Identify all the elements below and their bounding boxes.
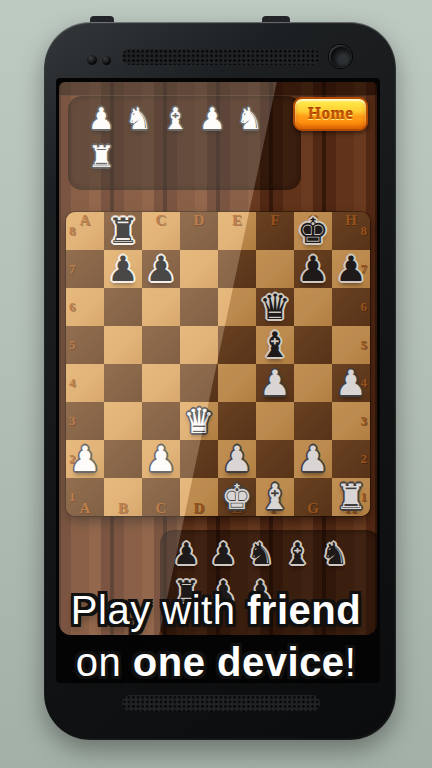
- coord-rank-label: 1: [69, 478, 83, 516]
- square-g2[interactable]: ♟: [294, 440, 332, 478]
- piece-black-bishop[interactable]: ♝: [256, 326, 294, 365]
- piece-black-pawn[interactable]: ♟: [104, 250, 142, 289]
- square-e2[interactable]: ♟: [218, 440, 256, 478]
- captured-black-knight: ♞: [242, 535, 279, 573]
- coord-file-label: C: [142, 500, 180, 516]
- coord-file-label: D: [180, 500, 218, 516]
- square-d3[interactable]: ♛: [180, 402, 218, 440]
- piece-black-pawn[interactable]: ♟: [142, 250, 180, 289]
- bottom-speaker-grille: [122, 695, 320, 711]
- square-e6[interactable]: [218, 288, 256, 326]
- square-g6[interactable]: [294, 288, 332, 326]
- captured-white-bishop: ♝: [157, 100, 194, 138]
- square-b5[interactable]: [104, 326, 142, 364]
- square-e3[interactable]: [218, 402, 256, 440]
- square-b3[interactable]: [104, 402, 142, 440]
- square-b8[interactable]: ♜: [104, 212, 142, 250]
- square-g8[interactable]: ♚: [294, 212, 332, 250]
- square-c7[interactable]: ♟: [142, 250, 180, 288]
- square-e7[interactable]: [218, 250, 256, 288]
- home-button-label: Home: [308, 104, 353, 123]
- square-b4[interactable]: [104, 364, 142, 402]
- light-sensor-icon: [102, 56, 111, 65]
- square-g7[interactable]: ♟: [294, 250, 332, 288]
- piece-black-pawn[interactable]: ♟: [332, 250, 370, 289]
- piece-white-bishop[interactable]: ♝: [256, 478, 294, 516]
- square-f4[interactable]: ♟: [256, 364, 294, 402]
- square-e5[interactable]: [218, 326, 256, 364]
- piece-white-king[interactable]: ♚: [218, 478, 256, 516]
- piece-black-pawn[interactable]: ♟: [294, 250, 332, 289]
- captured-white-pieces-tray: ♟♞♝♟♞♜: [68, 96, 301, 190]
- square-f5[interactable]: ♝: [256, 326, 294, 364]
- coord-file-label: F: [256, 212, 294, 228]
- square-f3[interactable]: [256, 402, 294, 440]
- captured-white-pawn: ♟: [83, 100, 120, 138]
- piece-black-king[interactable]: ♚: [294, 212, 332, 251]
- square-f2[interactable]: [256, 440, 294, 478]
- square-a2[interactable]: ♟: [66, 440, 104, 478]
- piece-white-pawn[interactable]: ♟: [332, 364, 370, 403]
- square-g3[interactable]: [294, 402, 332, 440]
- banner-line-1: Play with friend: [0, 584, 432, 636]
- piece-white-pawn[interactable]: ♟: [142, 440, 180, 479]
- square-h1[interactable]: ♜: [332, 478, 370, 516]
- coord-rank-label: 3: [69, 402, 83, 440]
- captured-black-pawn: ♟: [205, 535, 242, 573]
- square-c5[interactable]: [142, 326, 180, 364]
- square-h4[interactable]: ♟: [332, 364, 370, 402]
- coord-rank-label: 5: [353, 326, 367, 364]
- square-c6[interactable]: [142, 288, 180, 326]
- piece-black-queen[interactable]: ♛: [256, 288, 294, 327]
- coord-rank-label: 6: [353, 288, 367, 326]
- captured-white-rook: ♜: [83, 138, 120, 176]
- coord-rank-label: 5: [69, 326, 83, 364]
- square-e4[interactable]: [218, 364, 256, 402]
- banner-text-segment: friend: [247, 588, 361, 632]
- piece-white-pawn[interactable]: ♟: [66, 440, 104, 479]
- piece-white-pawn[interactable]: ♟: [218, 440, 256, 479]
- coord-rank-label: 6: [69, 288, 83, 326]
- banner-text-segment: on: [76, 640, 133, 684]
- square-h7[interactable]: ♟: [332, 250, 370, 288]
- captured-white-pawn: ♟: [194, 100, 231, 138]
- square-b2[interactable]: [104, 440, 142, 478]
- square-d5[interactable]: [180, 326, 218, 364]
- square-f1[interactable]: ♝: [256, 478, 294, 516]
- square-g4[interactable]: [294, 364, 332, 402]
- banner-line-2: on one device!: [0, 636, 432, 688]
- captured-black-pawn: ♟: [168, 535, 205, 573]
- coord-rank-label: 8: [69, 212, 83, 250]
- front-camera-icon: [329, 45, 352, 68]
- captured-black-knight: ♞: [316, 535, 353, 573]
- piece-white-queen[interactable]: ♛: [180, 402, 218, 441]
- coord-rank-label: 3: [353, 402, 367, 440]
- coord-file-label: C: [142, 212, 180, 228]
- square-d7[interactable]: [180, 250, 218, 288]
- coord-rank-label: 7: [69, 250, 83, 288]
- chess-app-background: ♟♞♝♟♞♜ Home ♜♚♟♟♟♟♛♝♟♟♛♟♟♟♟♚♝♜AABBCCDDEE…: [59, 82, 377, 635]
- piece-white-pawn[interactable]: ♟: [256, 364, 294, 403]
- square-c2[interactable]: ♟: [142, 440, 180, 478]
- square-f7[interactable]: [256, 250, 294, 288]
- coord-file-label: D: [180, 212, 218, 228]
- chess-board: ♜♚♟♟♟♟♛♝♟♟♛♟♟♟♟♚♝♜AABBCCDDEEFFGGHH887766…: [66, 212, 370, 516]
- square-d4[interactable]: [180, 364, 218, 402]
- coord-rank-label: 2: [353, 440, 367, 478]
- captured-white-knight: ♞: [231, 100, 268, 138]
- coord-file-label: E: [218, 212, 256, 228]
- square-b7[interactable]: ♟: [104, 250, 142, 288]
- banner-text-segment: Play with: [71, 588, 247, 632]
- promo-banner: Play with friend on one device!: [0, 584, 432, 688]
- piece-black-rook[interactable]: ♜: [104, 212, 142, 251]
- banner-text-segment: !: [345, 640, 357, 684]
- coord-rank-label: 8: [353, 212, 367, 250]
- coord-file-label: G: [294, 500, 332, 516]
- piece-white-pawn[interactable]: ♟: [294, 440, 332, 479]
- home-button[interactable]: Home: [293, 97, 368, 131]
- banner-text-segment: one device: [133, 640, 345, 684]
- piece-white-rook[interactable]: ♜: [332, 478, 370, 516]
- proximity-sensor-icon: [87, 55, 97, 65]
- square-f6[interactable]: ♛: [256, 288, 294, 326]
- square-b6[interactable]: [104, 288, 142, 326]
- square-g5[interactable]: [294, 326, 332, 364]
- captured-white-knight: ♞: [120, 100, 157, 138]
- square-c4[interactable]: [142, 364, 180, 402]
- captured-black-bishop: ♝: [279, 535, 316, 573]
- square-c3[interactable]: [142, 402, 180, 440]
- coord-rank-label: 4: [69, 364, 83, 402]
- earpiece-speaker-grille: [122, 49, 320, 65]
- square-e1[interactable]: ♚: [218, 478, 256, 516]
- coord-file-label: B: [104, 500, 142, 516]
- square-d2[interactable]: [180, 440, 218, 478]
- square-d6[interactable]: [180, 288, 218, 326]
